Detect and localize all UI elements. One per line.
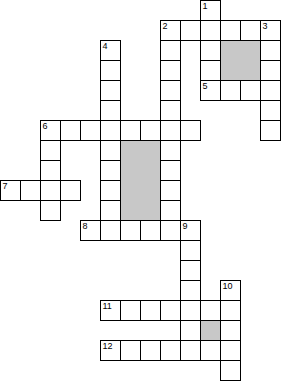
clue-number-1: 1 bbox=[203, 1, 208, 11]
cell-r0-c10[interactable]: 1 bbox=[200, 0, 221, 21]
cell-r6-c7[interactable] bbox=[140, 120, 161, 141]
cell-r3-c8[interactable] bbox=[160, 60, 181, 81]
cell-r17-c8[interactable] bbox=[160, 340, 181, 361]
cell-r8-c8[interactable] bbox=[160, 160, 181, 181]
clue-number-9: 9 bbox=[183, 221, 188, 231]
cell-r6-c6[interactable] bbox=[120, 120, 141, 141]
cell-r3-c10[interactable] bbox=[200, 60, 221, 81]
cell-r1-c11[interactable] bbox=[220, 20, 241, 41]
cell-r12-c9[interactable] bbox=[180, 240, 201, 261]
cell-r10-c8[interactable] bbox=[160, 200, 181, 221]
clue-number-7: 7 bbox=[3, 181, 8, 191]
cell-r15-c9[interactable] bbox=[180, 300, 201, 321]
cell-r15-c6[interactable] bbox=[120, 300, 141, 321]
cell-r6-c3[interactable] bbox=[60, 120, 81, 141]
cell-r8-c5[interactable] bbox=[100, 160, 121, 181]
cell-r1-c12[interactable] bbox=[240, 20, 261, 41]
cell-r10-c2[interactable] bbox=[40, 200, 61, 221]
cell-r4-c5[interactable] bbox=[100, 80, 121, 101]
cell-r6-c13[interactable] bbox=[260, 120, 281, 141]
cell-r10-c5[interactable] bbox=[100, 200, 121, 221]
cell-r9-c5[interactable] bbox=[100, 180, 121, 201]
cell-r15-c11[interactable] bbox=[220, 300, 241, 321]
cell-r3-c13[interactable] bbox=[260, 60, 281, 81]
cell-r7-c5[interactable] bbox=[100, 140, 121, 161]
cell-r1-c13[interactable]: 3 bbox=[260, 20, 281, 41]
cell-r4-c8[interactable] bbox=[160, 80, 181, 101]
cell-r4-c11[interactable] bbox=[220, 80, 241, 101]
clue-number-6: 6 bbox=[43, 121, 48, 131]
shaded-block-2 bbox=[120, 140, 161, 221]
clue-number-11: 11 bbox=[103, 301, 112, 311]
cell-r4-c10[interactable]: 5 bbox=[200, 80, 221, 101]
cell-r1-c8[interactable]: 2 bbox=[160, 20, 181, 41]
cell-r3-c5[interactable] bbox=[100, 60, 121, 81]
cell-r6-c4[interactable] bbox=[80, 120, 101, 141]
cell-r17-c5[interactable]: 12 bbox=[100, 340, 121, 361]
cell-r17-c7[interactable] bbox=[140, 340, 161, 361]
cell-r13-c9[interactable] bbox=[180, 260, 201, 281]
shaded-block-3 bbox=[200, 320, 221, 341]
cell-r5-c8[interactable] bbox=[160, 100, 181, 121]
cell-r15-c5[interactable]: 11 bbox=[100, 300, 121, 321]
cell-r2-c8[interactable] bbox=[160, 40, 181, 61]
cell-r11-c4[interactable]: 8 bbox=[80, 220, 101, 241]
cell-r9-c8[interactable] bbox=[160, 180, 181, 201]
cell-r17-c6[interactable] bbox=[120, 340, 141, 361]
cell-r9-c1[interactable] bbox=[20, 180, 41, 201]
cell-r6-c5[interactable] bbox=[100, 120, 121, 141]
cell-r17-c9[interactable] bbox=[180, 340, 201, 361]
shaded-block-1 bbox=[220, 40, 261, 81]
cell-r6-c9[interactable] bbox=[180, 120, 201, 141]
cell-r14-c11[interactable]: 10 bbox=[220, 280, 241, 301]
cell-r5-c5[interactable] bbox=[100, 100, 121, 121]
clue-number-3: 3 bbox=[263, 21, 268, 31]
cell-r2-c10[interactable] bbox=[200, 40, 221, 61]
clue-number-12: 12 bbox=[103, 341, 113, 351]
clue-number-10: 10 bbox=[223, 281, 233, 291]
cell-r14-c9[interactable] bbox=[180, 280, 201, 301]
cell-r17-c11[interactable] bbox=[220, 340, 241, 361]
cell-r17-c10[interactable] bbox=[200, 340, 221, 361]
cell-r1-c10[interactable] bbox=[200, 20, 221, 41]
cell-r11-c9[interactable]: 9 bbox=[180, 220, 201, 241]
cell-r18-c11[interactable] bbox=[220, 360, 241, 381]
cell-r9-c2[interactable] bbox=[40, 180, 61, 201]
cell-r7-c8[interactable] bbox=[160, 140, 181, 161]
cell-r16-c11[interactable] bbox=[220, 320, 241, 341]
cell-r11-c7[interactable] bbox=[140, 220, 161, 241]
clue-number-2: 2 bbox=[163, 21, 168, 31]
cell-r5-c13[interactable] bbox=[260, 100, 281, 121]
cell-r9-c0[interactable]: 7 bbox=[0, 180, 21, 201]
cell-r15-c8[interactable] bbox=[160, 300, 181, 321]
cell-r4-c13[interactable] bbox=[260, 80, 281, 101]
cell-r2-c5[interactable]: 4 bbox=[100, 40, 121, 61]
cell-r11-c8[interactable] bbox=[160, 220, 181, 241]
cell-r2-c13[interactable] bbox=[260, 40, 281, 61]
cell-r7-c2[interactable] bbox=[40, 140, 61, 161]
cell-r15-c7[interactable] bbox=[140, 300, 161, 321]
cell-r9-c3[interactable] bbox=[60, 180, 81, 201]
cell-r6-c8[interactable] bbox=[160, 120, 181, 141]
cell-r1-c9[interactable] bbox=[180, 20, 201, 41]
cell-r6-c2[interactable]: 6 bbox=[40, 120, 61, 141]
cell-r4-c12[interactable] bbox=[240, 80, 261, 101]
cell-r16-c9[interactable] bbox=[180, 320, 201, 341]
clue-number-5: 5 bbox=[203, 81, 208, 91]
clue-number-8: 8 bbox=[83, 221, 88, 231]
cell-r11-c5[interactable] bbox=[100, 220, 121, 241]
cell-r11-c6[interactable] bbox=[120, 220, 141, 241]
crossword-board: 123456789101112 bbox=[0, 0, 281, 381]
clue-number-4: 4 bbox=[103, 41, 108, 51]
cell-r8-c2[interactable] bbox=[40, 160, 61, 181]
cell-r15-c10[interactable] bbox=[200, 300, 221, 321]
